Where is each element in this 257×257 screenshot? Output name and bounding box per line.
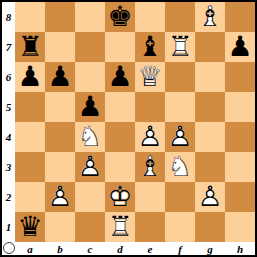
- square-c2[interactable]: [75, 182, 105, 212]
- square-c1[interactable]: [75, 212, 105, 242]
- black-king[interactable]: ♚: [105, 2, 135, 32]
- black-rook[interactable]: ♜: [15, 32, 45, 62]
- white-knight[interactable]: ♞♘: [75, 122, 105, 152]
- square-f8[interactable]: [165, 2, 195, 32]
- square-d3[interactable]: [105, 152, 135, 182]
- square-b7[interactable]: [45, 32, 75, 62]
- square-d5[interactable]: [105, 92, 135, 122]
- white-pawn-icon: ♙: [195, 182, 225, 212]
- chess-diagram: 87654321 ♚♝♗♜♝♜♖♟♟♟♟♛♕♟♞♘♟♙♟♙♟♙♝♗♞♘♟♙♚♔♟…: [0, 0, 257, 257]
- square-b4[interactable]: [45, 122, 75, 152]
- file-label-b: b: [45, 242, 75, 255]
- white-queen[interactable]: ♛♕: [135, 62, 165, 92]
- square-g3[interactable]: [195, 152, 225, 182]
- white-pawn-icon: ♙: [75, 152, 105, 182]
- rank-label-6: 6: [2, 62, 15, 92]
- rank-label-4: 4: [2, 122, 15, 152]
- white-bishop[interactable]: ♝♗: [195, 2, 225, 32]
- black-pawn-icon: ♟: [105, 62, 135, 92]
- square-a4[interactable]: [15, 122, 45, 152]
- white-bishop-icon: ♗: [135, 152, 165, 182]
- square-f6[interactable]: [165, 62, 195, 92]
- square-d6[interactable]: ♟: [105, 62, 135, 92]
- square-g1[interactable]: [195, 212, 225, 242]
- black-queen-icon: ♛: [15, 212, 45, 242]
- square-d8[interactable]: ♚: [105, 2, 135, 32]
- square-c6[interactable]: [75, 62, 105, 92]
- white-knight-icon: ♘: [165, 152, 195, 182]
- square-f1[interactable]: [165, 212, 195, 242]
- square-d2[interactable]: ♚♔: [105, 182, 135, 212]
- square-h7[interactable]: ♟: [225, 32, 255, 62]
- square-c7[interactable]: [75, 32, 105, 62]
- white-queen-icon: ♕: [135, 62, 165, 92]
- file-labels: abcdefgh: [15, 242, 255, 255]
- square-e4[interactable]: ♟♙: [135, 122, 165, 152]
- square-e6[interactable]: ♛♕: [135, 62, 165, 92]
- chess-board: ♚♝♗♜♝♜♖♟♟♟♟♛♕♟♞♘♟♙♟♙♟♙♝♗♞♘♟♙♚♔♟♙♛♜♖: [15, 2, 255, 242]
- black-king-icon: ♚: [105, 2, 135, 32]
- white-pawn-icon: ♙: [165, 122, 195, 152]
- black-pawn-icon: ♟: [75, 92, 105, 122]
- file-label-h: h: [225, 242, 255, 255]
- square-g6[interactable]: [195, 62, 225, 92]
- rank-labels: 87654321: [2, 2, 15, 242]
- square-c8[interactable]: [75, 2, 105, 32]
- white-rook[interactable]: ♜♖: [165, 32, 195, 62]
- square-b6[interactable]: ♟: [45, 62, 75, 92]
- square-a3[interactable]: [15, 152, 45, 182]
- white-pawn[interactable]: ♟♙: [75, 152, 105, 182]
- rank-label-5: 5: [2, 92, 15, 122]
- square-e7[interactable]: ♝: [135, 32, 165, 62]
- square-h4[interactable]: [225, 122, 255, 152]
- square-c3[interactable]: ♟♙: [75, 152, 105, 182]
- black-bishop[interactable]: ♝: [135, 32, 165, 62]
- square-e5[interactable]: [135, 92, 165, 122]
- black-pawn[interactable]: ♟: [225, 32, 255, 62]
- square-g8[interactable]: ♝♗: [195, 2, 225, 32]
- white-bishop-icon: ♗: [195, 2, 225, 32]
- rank-label-1: 1: [2, 212, 15, 242]
- black-rook-icon: ♜: [15, 32, 45, 62]
- square-b8[interactable]: [45, 2, 75, 32]
- file-label-d: d: [105, 242, 135, 255]
- white-pawn[interactable]: ♟♙: [135, 122, 165, 152]
- square-h6[interactable]: [225, 62, 255, 92]
- black-pawn[interactable]: ♟: [75, 92, 105, 122]
- square-d4[interactable]: [105, 122, 135, 152]
- square-a6[interactable]: ♟: [15, 62, 45, 92]
- file-label-a: a: [15, 242, 45, 255]
- square-g5[interactable]: [195, 92, 225, 122]
- black-queen[interactable]: ♛: [15, 212, 45, 242]
- move-indicator: [2, 242, 15, 255]
- square-g2[interactable]: ♟♙: [195, 182, 225, 212]
- file-label-f: f: [165, 242, 195, 255]
- white-rook[interactable]: ♜♖: [105, 212, 135, 242]
- white-pawn[interactable]: ♟♙: [165, 122, 195, 152]
- square-h3[interactable]: [225, 152, 255, 182]
- square-f4[interactable]: ♟♙: [165, 122, 195, 152]
- square-e2[interactable]: [135, 182, 165, 212]
- square-a5[interactable]: [15, 92, 45, 122]
- white-pawn-icon: ♙: [45, 182, 75, 212]
- black-pawn[interactable]: ♟: [15, 62, 45, 92]
- white-rook-icon: ♖: [105, 212, 135, 242]
- white-king-icon: ♔: [105, 182, 135, 212]
- file-label-g: g: [195, 242, 225, 255]
- square-d7[interactable]: [105, 32, 135, 62]
- white-rook-icon: ♖: [165, 32, 195, 62]
- file-label-e: e: [135, 242, 165, 255]
- square-c4[interactable]: ♞♘: [75, 122, 105, 152]
- rank-label-7: 7: [2, 32, 15, 62]
- square-h5[interactable]: [225, 92, 255, 122]
- square-d1[interactable]: ♜♖: [105, 212, 135, 242]
- square-a2[interactable]: [15, 182, 45, 212]
- square-f3[interactable]: ♞♘: [165, 152, 195, 182]
- white-knight-icon: ♘: [75, 122, 105, 152]
- black-bishop-icon: ♝: [135, 32, 165, 62]
- square-a7[interactable]: ♜: [15, 32, 45, 62]
- square-f2[interactable]: [165, 182, 195, 212]
- square-b1[interactable]: [45, 212, 75, 242]
- square-b5[interactable]: [45, 92, 75, 122]
- white-pawn-icon: ♙: [135, 122, 165, 152]
- square-f7[interactable]: ♜♖: [165, 32, 195, 62]
- white-pawn[interactable]: ♟♙: [45, 182, 75, 212]
- square-c5[interactable]: ♟: [75, 92, 105, 122]
- square-g7[interactable]: [195, 32, 225, 62]
- square-a8[interactable]: [15, 2, 45, 32]
- white-to-move-circle-icon: [3, 242, 15, 254]
- square-h2[interactable]: [225, 182, 255, 212]
- white-pawn[interactable]: ♟♙: [195, 182, 225, 212]
- square-a1[interactable]: ♛: [15, 212, 45, 242]
- black-pawn-icon: ♟: [15, 62, 45, 92]
- rank-label-8: 8: [2, 2, 15, 32]
- square-e8[interactable]: [135, 2, 165, 32]
- square-e1[interactable]: [135, 212, 165, 242]
- white-knight[interactable]: ♞♘: [165, 152, 195, 182]
- square-h1[interactable]: [225, 212, 255, 242]
- square-g4[interactable]: [195, 122, 225, 152]
- file-label-c: c: [75, 242, 105, 255]
- black-pawn[interactable]: ♟: [105, 62, 135, 92]
- black-pawn[interactable]: ♟: [45, 62, 75, 92]
- rank-label-3: 3: [2, 152, 15, 182]
- square-b2[interactable]: ♟♙: [45, 182, 75, 212]
- rank-label-2: 2: [2, 182, 15, 212]
- square-e3[interactable]: ♝♗: [135, 152, 165, 182]
- white-king[interactable]: ♚♔: [105, 182, 135, 212]
- white-bishop[interactable]: ♝♗: [135, 152, 165, 182]
- square-b3[interactable]: [45, 152, 75, 182]
- square-h8[interactable]: [225, 2, 255, 32]
- black-pawn-icon: ♟: [225, 32, 255, 62]
- black-pawn-icon: ♟: [45, 62, 75, 92]
- square-f5[interactable]: [165, 92, 195, 122]
